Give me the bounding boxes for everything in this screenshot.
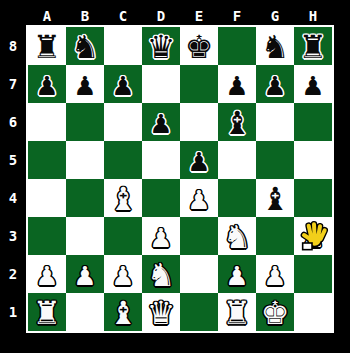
piece-white-knight-d2[interactable]: ♞ <box>142 255 180 293</box>
file-label-a: A <box>28 8 66 25</box>
square-f3[interactable]: ♞ <box>218 217 256 255</box>
rank-label-3: 3 <box>2 217 24 255</box>
piece-white-pawn-c2[interactable]: ♟ <box>104 255 142 293</box>
file-label-h: H <box>294 8 332 25</box>
square-h4[interactable] <box>294 179 332 217</box>
square-e5[interactable]: ♟ <box>180 141 218 179</box>
chess-board: ♜♞♛♚♞♜♟♟♟♟♟♟♟♝♟♝♟♝♟♞♟♟♟♟♞♟♟♜♝♛♜♚ <box>26 25 334 333</box>
square-g3[interactable] <box>256 217 294 255</box>
square-f1[interactable]: ♜ <box>218 293 256 331</box>
square-c3[interactable] <box>104 217 142 255</box>
square-g7[interactable]: ♟ <box>256 65 294 103</box>
rank-label-4: 4 <box>2 179 24 217</box>
square-e4[interactable]: ♟ <box>180 179 218 217</box>
piece-black-pawn-f7[interactable]: ♟ <box>218 65 256 103</box>
square-d2[interactable]: ♞ <box>142 255 180 293</box>
square-a5[interactable] <box>28 141 66 179</box>
square-b6[interactable] <box>66 103 104 141</box>
piece-black-knight-g8[interactable]: ♞ <box>256 27 294 65</box>
square-d4[interactable] <box>142 179 180 217</box>
piece-white-bishop-c1[interactable]: ♝ <box>104 293 142 331</box>
square-c6[interactable] <box>104 103 142 141</box>
square-g4[interactable]: ♝ <box>256 179 294 217</box>
square-g2[interactable]: ♟ <box>256 255 294 293</box>
piece-white-knight-f3[interactable]: ♞ <box>218 217 256 255</box>
square-f4[interactable] <box>218 179 256 217</box>
piece-white-pawn-d3[interactable]: ♟ <box>142 217 180 255</box>
square-c7[interactable]: ♟ <box>104 65 142 103</box>
square-f7[interactable]: ♟ <box>218 65 256 103</box>
square-f6[interactable]: ♝ <box>218 103 256 141</box>
rank-label-8: 8 <box>2 27 24 65</box>
square-d7[interactable] <box>142 65 180 103</box>
piece-black-pawn-b7[interactable]: ♟ <box>66 65 104 103</box>
square-b2[interactable]: ♟ <box>66 255 104 293</box>
piece-black-bishop-g4[interactable]: ♝ <box>256 179 294 217</box>
square-c5[interactable] <box>104 141 142 179</box>
square-f5[interactable] <box>218 141 256 179</box>
square-g6[interactable] <box>256 103 294 141</box>
file-label-f: F <box>218 8 256 25</box>
square-e3[interactable] <box>180 217 218 255</box>
square-b8[interactable]: ♞ <box>66 27 104 65</box>
piece-black-rook-h8[interactable]: ♜ <box>294 27 332 65</box>
square-g1[interactable]: ♚ <box>256 293 294 331</box>
square-h5[interactable] <box>294 141 332 179</box>
square-b5[interactable] <box>66 141 104 179</box>
file-label-d: D <box>142 8 180 25</box>
file-label-b: B <box>66 8 104 25</box>
square-f2[interactable]: ♟ <box>218 255 256 293</box>
piece-white-pawn-e4[interactable]: ♟ <box>180 179 218 217</box>
piece-white-rook-f1[interactable]: ♜ <box>218 293 256 331</box>
piece-white-pawn-h3[interactable]: ♟ <box>294 217 332 255</box>
square-d3[interactable]: ♟ <box>142 217 180 255</box>
square-b4[interactable] <box>66 179 104 217</box>
square-h6[interactable] <box>294 103 332 141</box>
piece-black-pawn-c7[interactable]: ♟ <box>104 65 142 103</box>
square-b3[interactable] <box>66 217 104 255</box>
square-d5[interactable] <box>142 141 180 179</box>
piece-black-bishop-f6[interactable]: ♝ <box>218 103 256 141</box>
piece-black-king-e8[interactable]: ♚ <box>180 27 218 65</box>
piece-white-rook-a1[interactable]: ♜ <box>28 293 66 331</box>
piece-black-pawn-h7[interactable]: ♟ <box>294 65 332 103</box>
piece-white-queen-d1[interactable]: ♛ <box>142 293 180 331</box>
rank-label-5: 5 <box>2 141 24 179</box>
square-c1[interactable]: ♝ <box>104 293 142 331</box>
piece-white-bishop-c4[interactable]: ♝ <box>104 179 142 217</box>
piece-black-pawn-e5[interactable]: ♟ <box>180 141 218 179</box>
piece-white-king-g1[interactable]: ♚ <box>256 293 294 331</box>
square-d8[interactable]: ♛ <box>142 27 180 65</box>
rank-labels: 87654321 <box>2 27 24 331</box>
square-g5[interactable] <box>256 141 294 179</box>
piece-black-queen-d8[interactable]: ♛ <box>142 27 180 65</box>
square-b1[interactable] <box>66 293 104 331</box>
square-d1[interactable]: ♛ <box>142 293 180 331</box>
piece-black-pawn-a7[interactable]: ♟ <box>28 65 66 103</box>
rank-label-7: 7 <box>2 65 24 103</box>
square-a2[interactable]: ♟ <box>28 255 66 293</box>
rank-label-2: 2 <box>2 255 24 293</box>
square-e8[interactable]: ♚ <box>180 27 218 65</box>
square-a7[interactable]: ♟ <box>28 65 66 103</box>
square-h7[interactable]: ♟ <box>294 65 332 103</box>
square-a1[interactable]: ♜ <box>28 293 66 331</box>
square-a3[interactable] <box>28 217 66 255</box>
square-h3[interactable]: ♟ <box>294 217 332 255</box>
square-h1[interactable] <box>294 293 332 331</box>
file-labels: ABCDEFGH <box>28 8 332 25</box>
piece-white-pawn-b2[interactable]: ♟ <box>66 255 104 293</box>
file-label-g: G <box>256 8 294 25</box>
piece-black-pawn-d6[interactable]: ♟ <box>142 103 180 141</box>
square-a6[interactable] <box>28 103 66 141</box>
file-label-c: C <box>104 8 142 25</box>
piece-black-knight-b8[interactable]: ♞ <box>66 27 104 65</box>
square-b7[interactable]: ♟ <box>66 65 104 103</box>
piece-white-pawn-g2[interactable]: ♟ <box>256 255 294 293</box>
square-c4[interactable]: ♝ <box>104 179 142 217</box>
square-e2[interactable] <box>180 255 218 293</box>
piece-white-pawn-a2[interactable]: ♟ <box>28 255 66 293</box>
square-a8[interactable]: ♜ <box>28 27 66 65</box>
square-c8[interactable] <box>104 27 142 65</box>
rank-label-1: 1 <box>2 293 24 331</box>
piece-black-rook-a8[interactable]: ♜ <box>28 27 66 65</box>
file-label-e: E <box>180 8 218 25</box>
square-e6[interactable] <box>180 103 218 141</box>
square-e1[interactable] <box>180 293 218 331</box>
game-screen: ABCDEFGH 87654321 ♜♞♛♚♞♜♟♟♟♟♟♟♟♝♟♝♟♝♟♞♟♟… <box>0 0 350 353</box>
square-a4[interactable] <box>28 179 66 217</box>
square-c2[interactable]: ♟ <box>104 255 142 293</box>
square-h8[interactable]: ♜ <box>294 27 332 65</box>
piece-white-pawn-f2[interactable]: ♟ <box>218 255 256 293</box>
square-f8[interactable] <box>218 27 256 65</box>
square-e7[interactable] <box>180 65 218 103</box>
square-g8[interactable]: ♞ <box>256 27 294 65</box>
piece-black-pawn-g7[interactable]: ♟ <box>256 65 294 103</box>
square-h2[interactable] <box>294 255 332 293</box>
square-d6[interactable]: ♟ <box>142 103 180 141</box>
rank-label-6: 6 <box>2 103 24 141</box>
